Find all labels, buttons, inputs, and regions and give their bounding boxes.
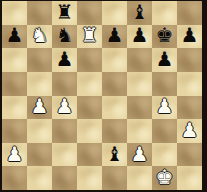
black-rook[interactable]: ♜	[56, 2, 74, 22]
square-d2[interactable]	[77, 143, 102, 167]
square-f5[interactable]	[127, 72, 152, 96]
square-h8[interactable]	[177, 1, 202, 25]
square-g6[interactable]: ♟	[152, 48, 177, 72]
square-a1[interactable]	[2, 166, 27, 190]
square-a3[interactable]	[2, 119, 27, 143]
square-c8[interactable]: ♜	[52, 1, 77, 25]
square-e3[interactable]	[102, 119, 127, 143]
black-pawn[interactable]: ♟	[6, 25, 24, 45]
square-a5[interactable]	[2, 72, 27, 96]
square-h4[interactable]	[177, 96, 202, 120]
square-c5[interactable]	[52, 72, 77, 96]
square-f7[interactable]: ♟	[127, 25, 152, 49]
square-d8[interactable]	[77, 1, 102, 25]
square-b7[interactable]: ♞	[27, 25, 52, 49]
square-c3[interactable]	[52, 119, 77, 143]
square-f4[interactable]	[127, 96, 152, 120]
white-pawn[interactable]: ♟	[131, 144, 149, 164]
square-d1[interactable]	[77, 166, 102, 190]
square-e5[interactable]	[102, 72, 127, 96]
square-c7[interactable]: ♞	[52, 25, 77, 49]
white-pawn[interactable]: ♟	[156, 96, 174, 116]
black-pawn[interactable]: ♟	[181, 25, 199, 45]
square-e6[interactable]	[102, 48, 127, 72]
square-f8[interactable]: ♝	[127, 1, 152, 25]
square-f1[interactable]	[127, 166, 152, 190]
white-knight[interactable]: ♞	[31, 25, 49, 45]
white-king[interactable]: ♚	[156, 167, 174, 187]
square-c1[interactable]	[52, 166, 77, 190]
square-g3[interactable]	[152, 119, 177, 143]
square-a4[interactable]	[2, 96, 27, 120]
square-g1[interactable]: ♚	[152, 166, 177, 190]
black-bishop[interactable]: ♝	[131, 2, 149, 22]
square-c4[interactable]: ♟	[52, 96, 77, 120]
square-c2[interactable]	[52, 143, 77, 167]
black-king[interactable]: ♚	[156, 25, 174, 45]
square-b3[interactable]	[27, 119, 52, 143]
black-pawn[interactable]: ♟	[106, 25, 124, 45]
square-g8[interactable]	[152, 1, 177, 25]
square-f6[interactable]	[127, 48, 152, 72]
black-pawn[interactable]: ♟	[131, 25, 149, 45]
square-b1[interactable]	[27, 166, 52, 190]
white-pawn[interactable]: ♟	[181, 120, 199, 140]
square-e2[interactable]: ♝	[102, 143, 127, 167]
square-b5[interactable]	[27, 72, 52, 96]
black-knight[interactable]: ♞	[56, 25, 74, 45]
square-b6[interactable]	[27, 48, 52, 72]
square-h7[interactable]: ♟	[177, 25, 202, 49]
square-a2[interactable]: ♟	[2, 143, 27, 167]
white-pawn[interactable]: ♟	[31, 96, 49, 116]
square-g4[interactable]: ♟	[152, 96, 177, 120]
square-d7[interactable]: ♜	[77, 25, 102, 49]
square-h3[interactable]: ♟	[177, 119, 202, 143]
square-a7[interactable]: ♟	[2, 25, 27, 49]
square-h2[interactable]	[177, 143, 202, 167]
square-h6[interactable]	[177, 48, 202, 72]
square-h5[interactable]	[177, 72, 202, 96]
chess-board-frame: ♜♝♟♞♞♜♟♟♚♟♟♟♟♟♟♟♟♝♟♚	[0, 0, 207, 192]
square-e1[interactable]	[102, 166, 127, 190]
white-rook[interactable]: ♜	[81, 25, 99, 45]
square-f3[interactable]	[127, 119, 152, 143]
square-e4[interactable]	[102, 96, 127, 120]
square-b2[interactable]	[27, 143, 52, 167]
square-d6[interactable]	[77, 48, 102, 72]
square-b4[interactable]: ♟	[27, 96, 52, 120]
square-e7[interactable]: ♟	[102, 25, 127, 49]
white-pawn[interactable]: ♟	[56, 96, 74, 116]
square-g7[interactable]: ♚	[152, 25, 177, 49]
square-e8[interactable]	[102, 1, 127, 25]
square-h1[interactable]	[177, 166, 202, 190]
square-g5[interactable]	[152, 72, 177, 96]
chess-board: ♜♝♟♞♞♜♟♟♚♟♟♟♟♟♟♟♟♝♟♚	[2, 1, 202, 190]
square-d3[interactable]	[77, 119, 102, 143]
black-pawn[interactable]: ♟	[156, 49, 174, 69]
square-d5[interactable]	[77, 72, 102, 96]
square-c6[interactable]: ♟	[52, 48, 77, 72]
black-pawn[interactable]: ♟	[56, 49, 74, 69]
square-g2[interactable]	[152, 143, 177, 167]
black-bishop[interactable]: ♝	[106, 144, 124, 164]
square-d4[interactable]	[77, 96, 102, 120]
square-a6[interactable]	[2, 48, 27, 72]
square-a8[interactable]	[2, 1, 27, 25]
white-pawn[interactable]: ♟	[6, 144, 24, 164]
square-f2[interactable]: ♟	[127, 143, 152, 167]
square-b8[interactable]	[27, 1, 52, 25]
